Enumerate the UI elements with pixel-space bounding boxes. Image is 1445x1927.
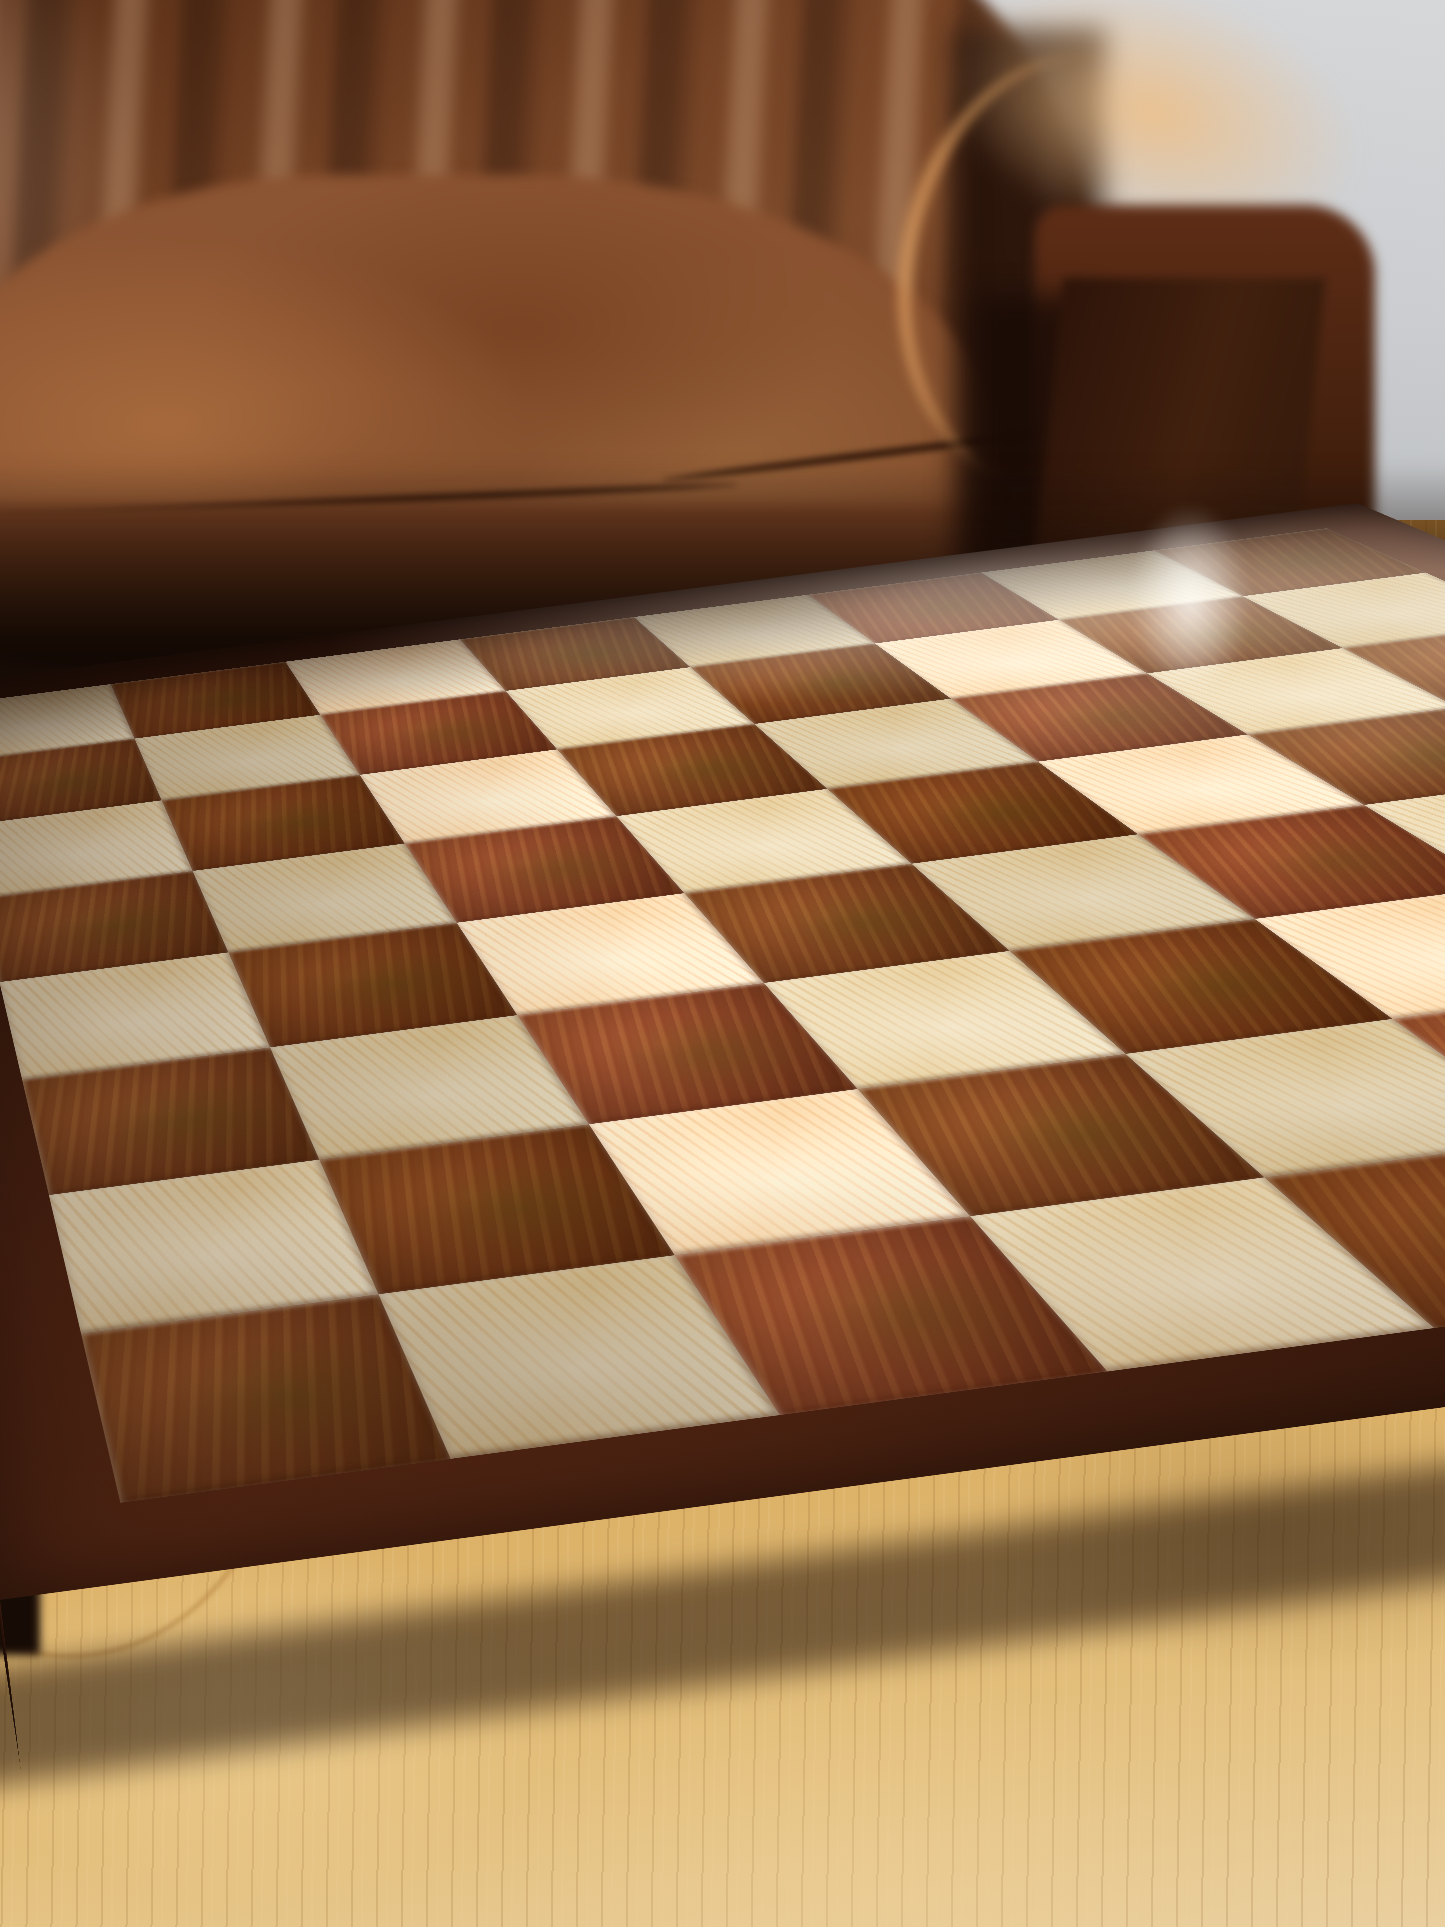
board-grid — [0, 528, 1445, 1503]
photo-scene — [0, 0, 1445, 1927]
reflection-flare — [1130, 505, 1250, 695]
